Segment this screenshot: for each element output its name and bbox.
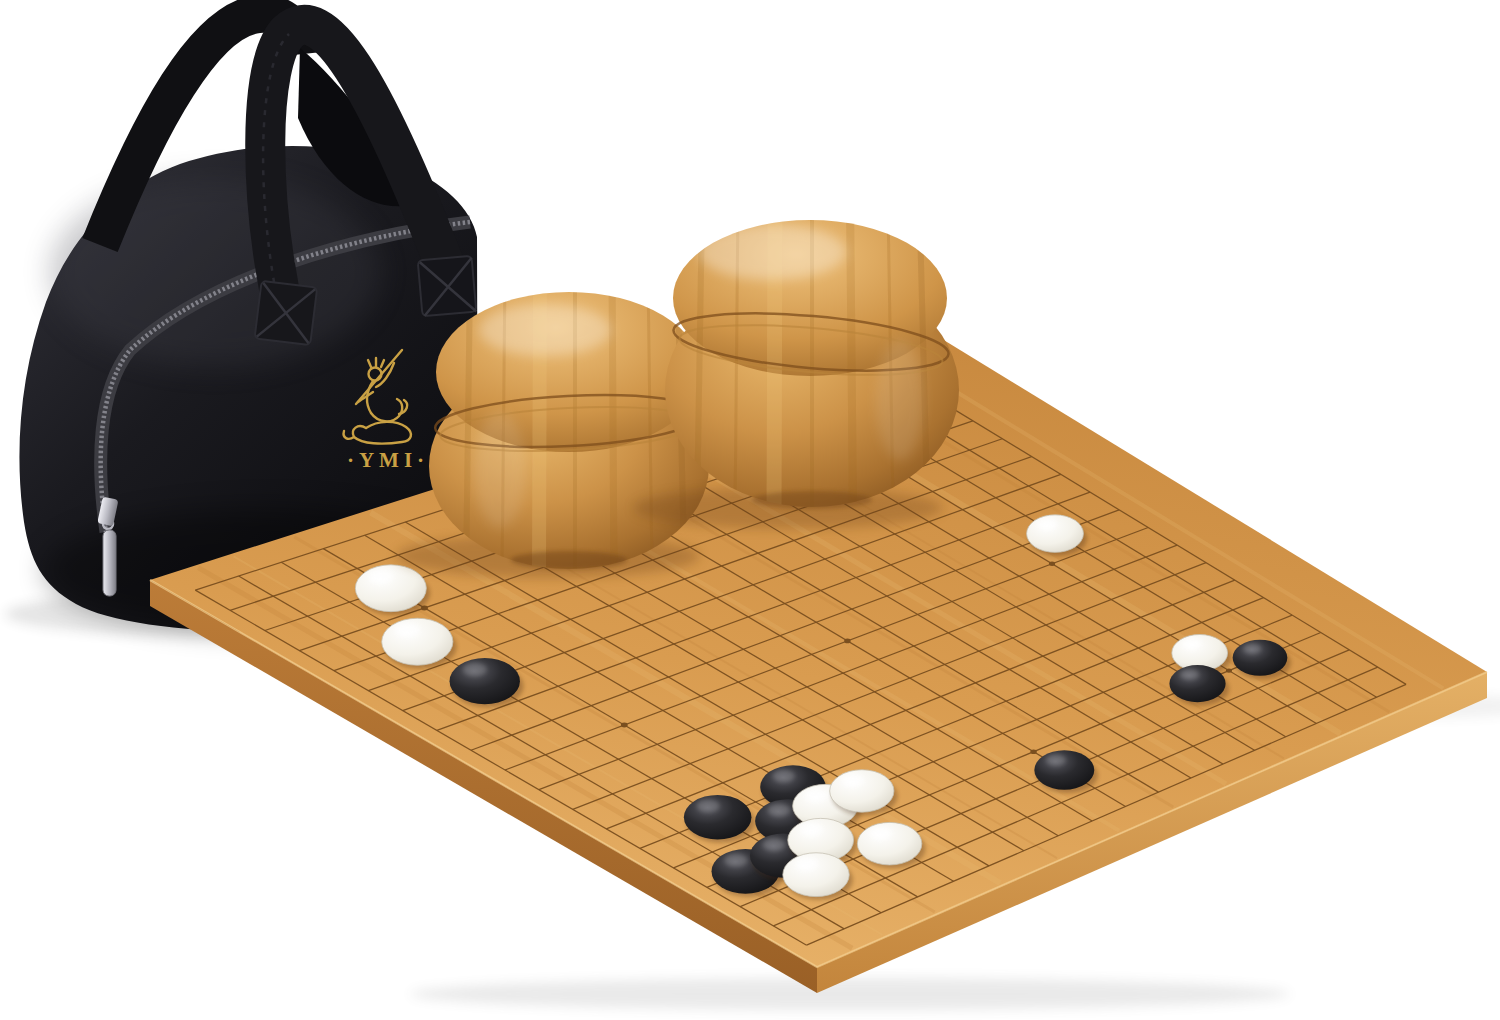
go-stone-black[interactable] [1233,640,1288,676]
bag-strap-patch-left [255,281,318,345]
brand-logo-text: ·YMI· [347,448,429,472]
board-floor-shadow [410,978,1290,1010]
stone-highlight [805,789,827,802]
stone-highlight [1182,638,1201,649]
bowl-right-highlight [698,224,846,280]
stone-highlight [1037,519,1056,530]
stone-highlight [842,774,864,787]
bowl-right-side-sheen [876,340,924,460]
stone-highlight [795,857,818,870]
go-stone-black[interactable] [1034,750,1094,790]
stone-highlight [369,570,393,584]
stone-highlight [773,770,795,783]
bowl-left-foot [511,551,627,569]
stone-highlight [395,623,419,637]
go-stone-black[interactable] [684,795,752,840]
star-point [1030,749,1036,754]
stone-highlight [724,853,747,866]
go-stone-white[interactable] [830,770,894,812]
stone-highlight [697,799,720,812]
stone-highlight [768,804,791,817]
bowl-left-side-sheen [474,412,526,528]
star-point [1049,562,1055,566]
star-point [621,723,628,728]
go-stone-white[interactable] [857,822,921,865]
star-point [844,639,850,644]
go-set-product-photo: ·YMI· [0,0,1500,1020]
bowl-left-highlight [479,304,611,356]
stone-highlight [870,827,892,840]
stone-highlight [1046,754,1066,766]
bowl-right-foot [752,491,872,509]
bag-strap-patch-right [418,256,477,316]
stone-highlight [463,663,487,677]
stone-bowls [396,192,959,580]
stone-highlight [763,838,786,851]
go-stone-black[interactable] [450,658,520,704]
star-point [1226,668,1232,672]
go-stone-white[interactable] [783,853,849,897]
go-stone-black[interactable] [1169,665,1225,702]
stone-highlight [800,823,822,836]
stone-highlight [1180,669,1199,680]
go-stone-white[interactable] [355,565,426,612]
go-stone-white[interactable] [1027,515,1084,553]
stone-highlight [1243,643,1262,654]
go-stone-white[interactable] [382,618,453,665]
